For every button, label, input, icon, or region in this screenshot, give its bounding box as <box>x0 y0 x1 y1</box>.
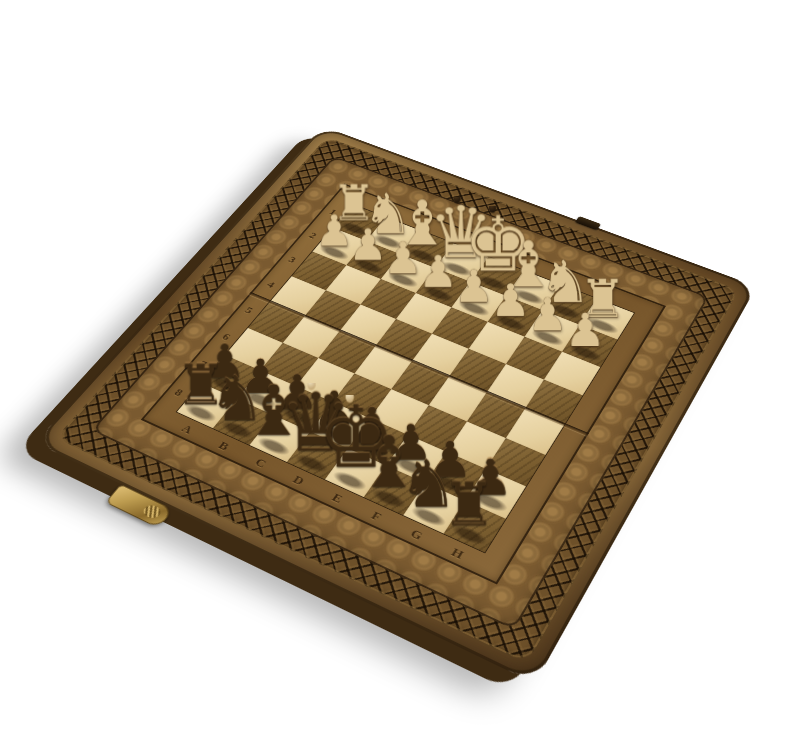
hinge-icon <box>575 216 601 230</box>
carved-chess-box: 12345678 ABCDEFGH ♜♞♝♛♚♝♞♜♟♟♟♟♟♟♟♟♟♟♟♟♟♟… <box>35 126 757 683</box>
brass-latch-icon <box>105 484 173 528</box>
dark-finial <box>489 203 497 214</box>
piece-black-rook-h8[interactable]: ♜ <box>436 475 502 534</box>
light-finial <box>307 379 315 391</box>
photo-scene: 12345678 ABCDEFGH ♜♞♝♛♚♝♞♜♟♟♟♟♟♟♟♟♟♟♟♟♟♟… <box>0 0 812 741</box>
light-finial <box>345 391 354 403</box>
piece-white-pawn-h2[interactable]: ♟ <box>555 307 615 353</box>
dark-finial <box>453 193 461 203</box>
